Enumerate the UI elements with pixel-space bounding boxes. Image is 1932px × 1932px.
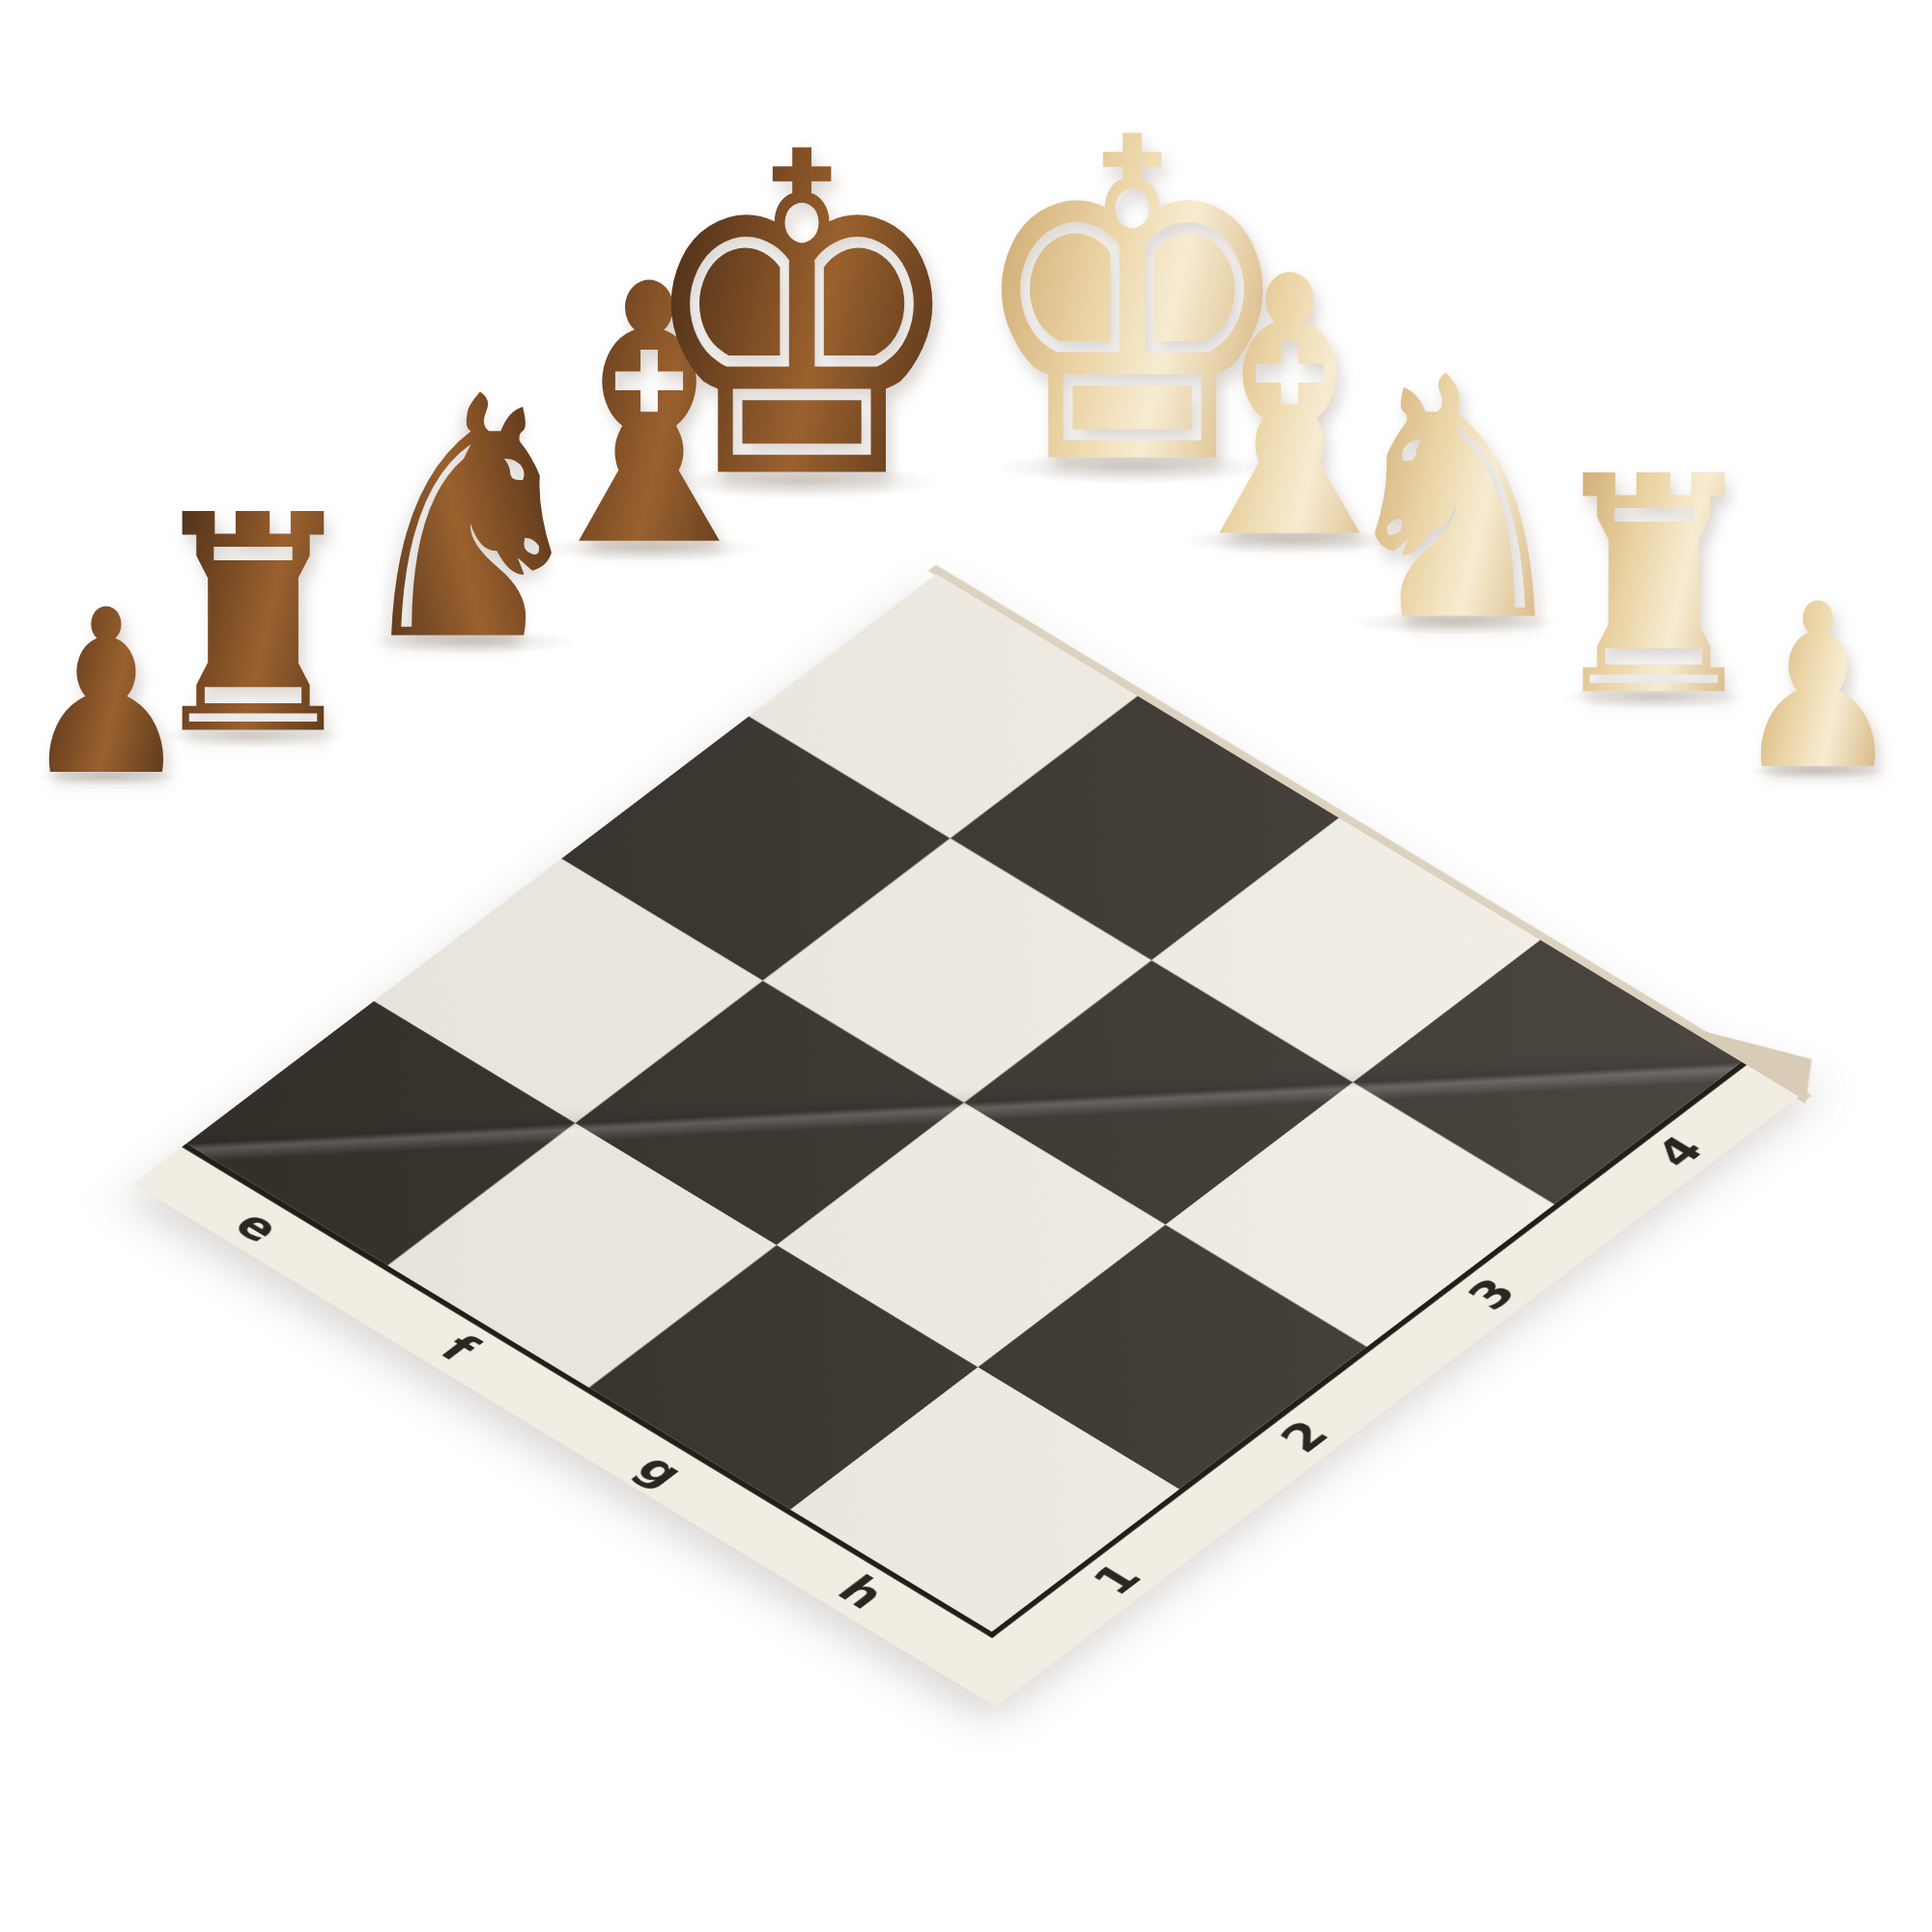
file-label-f: f bbox=[429, 1327, 489, 1370]
pawn-glyph: ♟ bbox=[1733, 599, 1904, 776]
rank-label-4: 4 bbox=[1643, 1128, 1715, 1176]
rank-label-2: 2 bbox=[1268, 1413, 1340, 1461]
file-label-g: g bbox=[625, 1445, 696, 1494]
file-label-h: h bbox=[826, 1568, 896, 1617]
product-photo-stage: e f g h 4 3 2 1 ♟ ♜ ♞ ♝ ♚ ♚ ♝ ♞ ♜ ♟ bbox=[0, 0, 1932, 1932]
board-grid bbox=[182, 574, 1747, 1638]
file-label-e: e bbox=[223, 1202, 293, 1250]
rank-label-3: 3 bbox=[1456, 1270, 1527, 1318]
rank-label-1: 1 bbox=[1081, 1555, 1152, 1603]
king-glyph: ♚ bbox=[635, 146, 969, 493]
light-pawn: ♟ bbox=[1717, 599, 1920, 776]
